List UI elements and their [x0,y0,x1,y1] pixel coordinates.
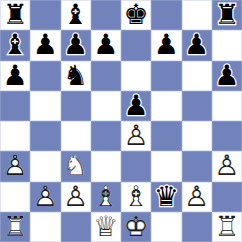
pawn-icon: ♙ [212,151,242,181]
square-e4[interactable]: ♟♙ [121,121,151,151]
pawn-icon: ♟ [182,30,212,60]
square-g7[interactable]: ♟♟ [182,30,212,60]
square-c7[interactable]: ♟♟ [61,30,91,60]
piece-black-pawn[interactable]: ♟♟ [121,91,151,121]
piece-black-pawn[interactable]: ♟♟ [91,30,121,60]
square-f5[interactable] [151,91,181,121]
king-icon: ♔ [121,212,151,242]
square-d3[interactable] [91,151,121,181]
pawn-icon: ♟ [30,30,60,60]
king-icon: ♚ [121,0,151,30]
piece-white-rook[interactable]: ♜♖ [0,212,30,242]
piece-white-pawn[interactable]: ♟♙ [212,151,242,181]
piece-black-king[interactable]: ♚♚ [121,0,151,30]
square-f6[interactable] [151,61,181,91]
square-g8[interactable] [182,0,212,30]
square-b4[interactable] [30,121,60,151]
square-e2[interactable]: ♝♗ [121,182,151,212]
square-a1[interactable]: ♜♖ [0,212,30,242]
pawn-icon: ♟ [61,30,91,60]
pawn-icon: ♙ [121,121,151,151]
square-f8[interactable] [151,0,181,30]
bishop-icon: ♝ [0,30,30,60]
square-a4[interactable] [0,121,30,151]
chess-board: ♜♜♝♝♚♚♜♜♝♝♟♟♟♟♟♟♟♟♟♟♟♟♞♞♟♟♟♟♟♙♟♙♞♘♟♙♟♙♟♙… [0,0,242,242]
rook-icon: ♜ [212,0,242,30]
queen-icon: ♕ [91,212,121,242]
knight-icon: ♘ [61,151,91,181]
square-g5[interactable] [182,91,212,121]
piece-white-pawn[interactable]: ♟♙ [61,182,91,212]
bishop-icon: ♗ [121,182,151,212]
square-a7[interactable]: ♝♝ [0,30,30,60]
square-g4[interactable] [182,121,212,151]
pawn-icon: ♟ [151,30,181,60]
pawn-icon: ♙ [182,182,212,212]
square-b3[interactable] [30,151,60,181]
square-a5[interactable] [0,91,30,121]
square-e7[interactable] [121,30,151,60]
piece-white-pawn[interactable]: ♟♙ [121,121,151,151]
square-h5[interactable] [212,91,242,121]
square-c3[interactable]: ♞♘ [61,151,91,181]
piece-white-knight[interactable]: ♞♘ [61,151,91,181]
piece-black-knight[interactable]: ♞♞ [61,61,91,91]
square-c6[interactable]: ♞♞ [61,61,91,91]
square-c8[interactable]: ♝♝ [61,0,91,30]
rook-icon: ♖ [0,212,30,242]
square-d1[interactable]: ♛♕ [91,212,121,242]
square-e3[interactable] [121,151,151,181]
square-e1[interactable]: ♚♔ [121,212,151,242]
square-h1[interactable]: ♜♖ [212,212,242,242]
pawn-icon: ♟ [0,61,30,91]
square-f2[interactable]: ♛♛ [151,182,181,212]
pawn-icon: ♙ [30,182,60,212]
piece-black-queen[interactable]: ♛♛ [151,182,181,212]
square-g6[interactable] [182,61,212,91]
piece-white-bishop[interactable]: ♝♗ [121,182,151,212]
pawn-icon: ♟ [91,30,121,60]
piece-white-pawn[interactable]: ♟♙ [0,151,30,181]
square-d5[interactable] [91,91,121,121]
square-b8[interactable] [30,0,60,30]
square-h4[interactable] [212,121,242,151]
square-e5[interactable]: ♟♟ [121,91,151,121]
piece-white-king[interactable]: ♚♔ [121,212,151,242]
square-f1[interactable] [151,212,181,242]
rook-icon: ♖ [212,212,242,242]
square-d6[interactable] [91,61,121,91]
piece-black-bishop[interactable]: ♝♝ [0,30,30,60]
piece-white-rook[interactable]: ♜♖ [212,212,242,242]
square-c1[interactable] [61,212,91,242]
square-c5[interactable] [61,91,91,121]
pawn-icon: ♙ [61,182,91,212]
square-e8[interactable]: ♚♚ [121,0,151,30]
square-b1[interactable] [30,212,60,242]
square-f3[interactable] [151,151,181,181]
square-b2[interactable]: ♟♙ [30,182,60,212]
bishop-icon: ♗ [91,182,121,212]
square-f7[interactable]: ♟♟ [151,30,181,60]
square-b5[interactable] [30,91,60,121]
square-b6[interactable] [30,61,60,91]
square-d8[interactable] [91,0,121,30]
piece-white-pawn[interactable]: ♟♙ [182,182,212,212]
piece-black-pawn[interactable]: ♟♟ [182,30,212,60]
square-a2[interactable] [0,182,30,212]
piece-black-pawn[interactable]: ♟♟ [61,30,91,60]
square-e6[interactable] [121,61,151,91]
knight-icon: ♞ [61,61,91,91]
square-d2[interactable]: ♝♗ [91,182,121,212]
square-h2[interactable] [212,182,242,212]
rook-icon: ♜ [0,0,30,30]
piece-black-pawn[interactable]: ♟♟ [0,61,30,91]
piece-black-bishop[interactable]: ♝♝ [61,0,91,30]
piece-black-pawn[interactable]: ♟♟ [212,61,242,91]
square-f4[interactable] [151,121,181,151]
square-c4[interactable] [61,121,91,151]
piece-white-bishop[interactable]: ♝♗ [91,182,121,212]
queen-icon: ♛ [151,182,181,212]
piece-black-pawn[interactable]: ♟♟ [151,30,181,60]
square-h6[interactable]: ♟♟ [212,61,242,91]
square-a3[interactable]: ♟♙ [0,151,30,181]
square-g1[interactable] [182,212,212,242]
square-d4[interactable] [91,121,121,151]
piece-white-queen[interactable]: ♛♕ [91,212,121,242]
square-h7[interactable] [212,30,242,60]
piece-white-pawn[interactable]: ♟♙ [30,182,60,212]
pawn-icon: ♟ [212,61,242,91]
piece-black-rook[interactable]: ♜♜ [0,0,30,30]
pawn-icon: ♟ [121,91,151,121]
square-g2[interactable]: ♟♙ [182,182,212,212]
square-g3[interactable] [182,151,212,181]
square-d7[interactable]: ♟♟ [91,30,121,60]
square-h3[interactable]: ♟♙ [212,151,242,181]
square-a6[interactable]: ♟♟ [0,61,30,91]
square-b7[interactable]: ♟♟ [30,30,60,60]
square-a8[interactable]: ♜♜ [0,0,30,30]
piece-black-pawn[interactable]: ♟♟ [30,30,60,60]
square-h8[interactable]: ♜♜ [212,0,242,30]
square-c2[interactable]: ♟♙ [61,182,91,212]
piece-black-rook[interactable]: ♜♜ [212,0,242,30]
pawn-icon: ♙ [0,151,30,181]
bishop-icon: ♝ [61,0,91,30]
